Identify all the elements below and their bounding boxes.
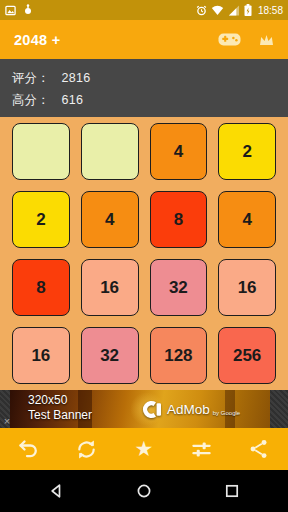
admob-glyph-icon [142,400,162,419]
best-score-label: 高分： [12,93,50,107]
tile-16: 16 [12,327,70,384]
tile-2: 2 [218,123,276,180]
app-bar: 2048 + [0,20,288,59]
ad-test-banner-text: 320x50 Test Banner [28,393,92,423]
tile-4: 4 [150,123,208,180]
refresh-icon [75,438,98,461]
share-button[interactable] [230,428,288,470]
tile-8: 8 [150,191,208,248]
gamepad-icon[interactable] [218,32,241,47]
tile-4: 4 [81,191,139,248]
tile-128: 128 [150,327,208,384]
settings-button[interactable] [173,428,231,470]
score-value: 2816 [62,71,91,85]
phone-screen: 18:58 2048 + 评分：2816 高分：616 422484816321… [0,0,288,512]
usb-debugging-icon [23,4,33,16]
ad-container: 320x50 Test Banner AdMob by Google × [0,390,288,428]
ad-banner[interactable]: 320x50 Test Banner AdMob by Google [10,390,270,428]
navigation-bar [0,470,288,512]
undo-icon [17,437,41,461]
cellular-signal-icon [228,5,240,16]
tile-32: 32 [81,327,139,384]
ad-close-button[interactable]: × [2,414,12,428]
tile-4: 4 [218,191,276,248]
tile-16: 16 [81,259,139,316]
admob-byline: by Google [213,410,240,416]
board[interactable]: 42248481632161632128256 [0,117,288,390]
favorite-button[interactable]: ★ [115,428,173,470]
tile-8: 8 [12,259,70,316]
share-icon [248,438,270,460]
tile-32: 32 [150,259,208,316]
tile-256: 256 [218,327,276,384]
tile-16: 16 [218,259,276,316]
star-icon: ★ [135,439,154,460]
wifi-icon [211,5,224,16]
toolbar: ★ [0,428,288,470]
restart-button[interactable] [58,428,116,470]
score-label: 评分： [12,71,50,85]
back-icon [48,483,64,499]
crown-icon[interactable] [257,32,276,47]
score-panel: 评分：2816 高分：616 [0,59,288,117]
home-button[interactable] [136,483,152,499]
tune-icon [190,438,213,461]
recents-icon [224,483,240,499]
tile-empty [12,123,70,180]
recents-button[interactable] [224,483,240,499]
admob-logo: AdMob by Google [142,390,240,428]
app-title: 2048 + [14,32,61,48]
best-score-value: 616 [62,93,84,107]
tile-empty [81,123,139,180]
screenshot-icon [5,5,16,16]
home-icon [136,483,152,499]
tile-2: 2 [12,191,70,248]
status-clock: 18:58 [258,5,283,16]
back-button[interactable] [48,483,64,499]
alarm-icon [196,5,207,16]
battery-charging-icon [244,4,252,16]
admob-brand-text: AdMob [167,402,210,417]
undo-button[interactable] [0,428,58,470]
status-bar: 18:58 [0,0,288,20]
